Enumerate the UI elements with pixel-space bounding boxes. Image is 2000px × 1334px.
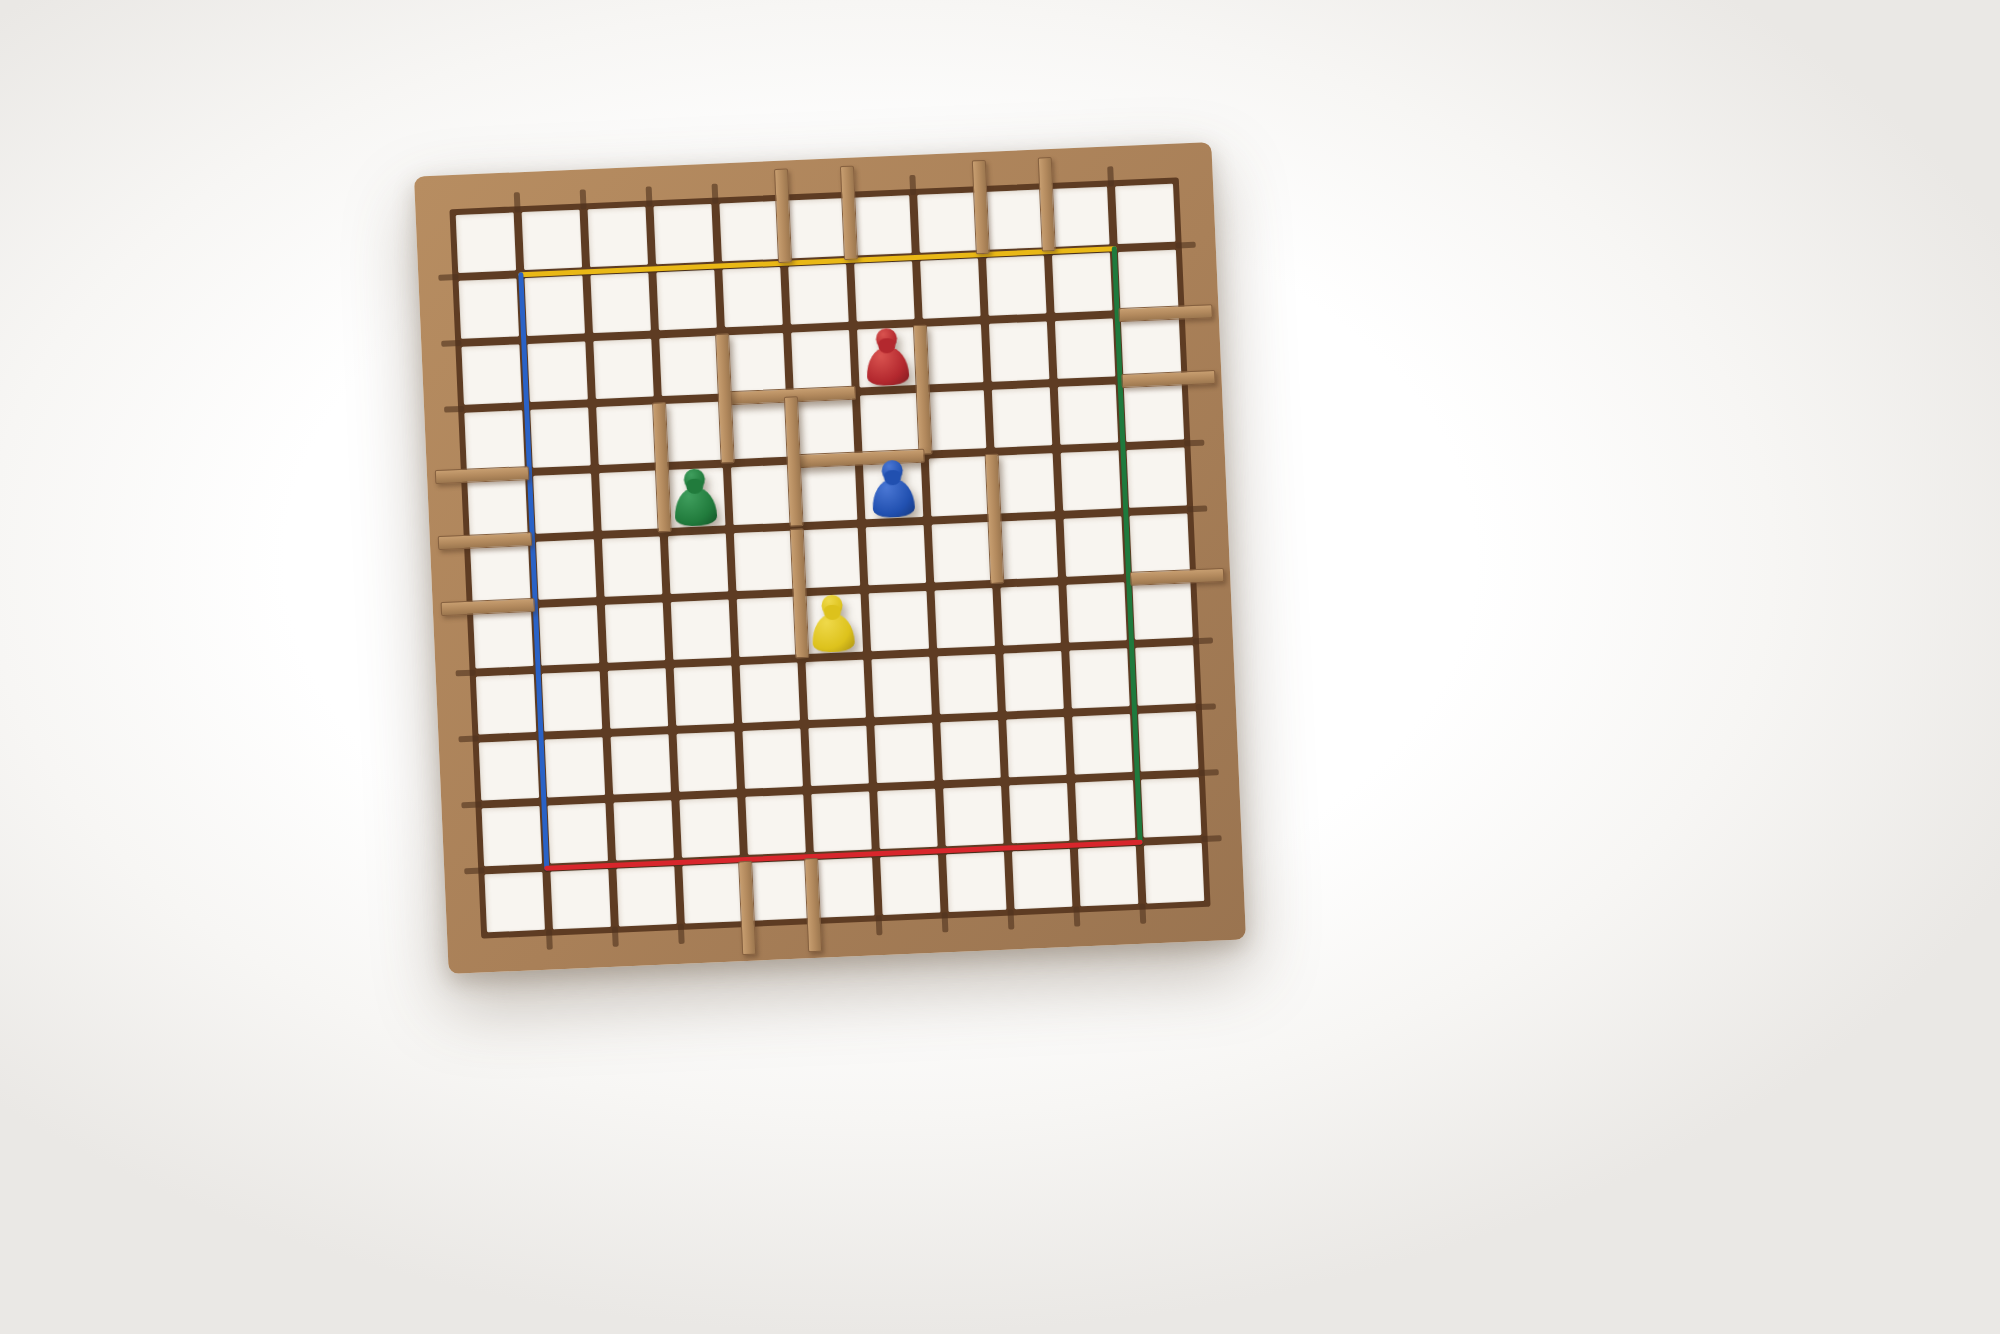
rim-slot-notch — [1201, 835, 1221, 842]
placed-wall-8[interactable] — [985, 453, 1005, 583]
rim-slot-notch — [441, 339, 461, 346]
rim-slot-notch — [456, 669, 476, 676]
pawn-red[interactable] — [864, 327, 910, 386]
placed-wall-5[interactable] — [652, 402, 672, 532]
rim-slot-notch — [942, 912, 949, 932]
pawn-blue-body — [872, 478, 916, 518]
rim-slot-notch — [876, 915, 883, 935]
rim-slot-notch — [514, 192, 521, 212]
goal-line-blue — [518, 271, 549, 870]
rim-slot-notch — [612, 926, 619, 946]
pieces-overlay — [414, 142, 1246, 974]
pawn-yellow[interactable] — [810, 594, 856, 653]
stored-wall-left-5[interactable] — [435, 466, 530, 484]
stored-wall-top-1[interactable] — [774, 168, 792, 263]
goal-line-green — [1111, 245, 1142, 844]
pawn-blue[interactable] — [870, 459, 916, 518]
rim-slot-notch — [438, 274, 458, 281]
rim-slot-notch — [1139, 903, 1146, 923]
stored-wall-top-4[interactable] — [1038, 157, 1056, 252]
goal-line-yellow — [518, 245, 1117, 276]
rim-slot-notch — [444, 405, 464, 412]
placed-wall-4[interactable] — [784, 396, 804, 526]
stored-wall-bottom-11[interactable] — [738, 860, 756, 955]
rim-slot-notch — [580, 189, 587, 209]
rim-slot-notch — [1107, 166, 1114, 186]
rim-slot-notch — [464, 867, 484, 874]
pawn-yellow-body — [811, 613, 855, 653]
pawn-green-body — [674, 487, 718, 527]
stored-wall-bottom-12[interactable] — [804, 857, 822, 952]
goal-line-red — [544, 839, 1143, 870]
rim-slot-notch — [909, 175, 916, 195]
rim-slot-notch — [1199, 769, 1219, 776]
rim-slot-notch — [712, 183, 719, 203]
rim-slot-notch — [458, 735, 478, 742]
rim-slot-notch — [1193, 637, 1213, 644]
rim-slot-notch — [1187, 505, 1207, 512]
stored-wall-right-8[interactable] — [1118, 304, 1213, 322]
stored-wall-right-10[interactable] — [1130, 567, 1225, 585]
rim-slot-notch — [678, 923, 685, 943]
rim-slot-notch — [461, 801, 481, 808]
stored-wall-top-3[interactable] — [972, 159, 990, 254]
rim-slot-notch — [1073, 906, 1080, 926]
rim-slot-notch — [1196, 703, 1216, 710]
placed-wall-2[interactable] — [913, 324, 933, 454]
rim-slot-notch — [546, 929, 553, 949]
stored-wall-left-6[interactable] — [438, 532, 533, 550]
photo-backdrop — [0, 0, 2000, 1334]
pawn-red-body — [866, 346, 910, 386]
pawn-green[interactable] — [672, 467, 718, 526]
rim-slot-notch — [1008, 909, 1015, 929]
quoridor-board — [414, 142, 1246, 974]
stored-wall-top-2[interactable] — [840, 165, 858, 260]
stored-wall-left-7[interactable] — [441, 598, 536, 616]
placed-wall-6[interactable] — [715, 333, 735, 463]
rim-slot-notch — [646, 186, 653, 206]
stored-wall-right-9[interactable] — [1121, 370, 1216, 388]
rim-slot-notch — [1176, 241, 1196, 248]
placed-wall-7[interactable] — [790, 528, 810, 658]
rim-slot-notch — [1184, 439, 1204, 446]
